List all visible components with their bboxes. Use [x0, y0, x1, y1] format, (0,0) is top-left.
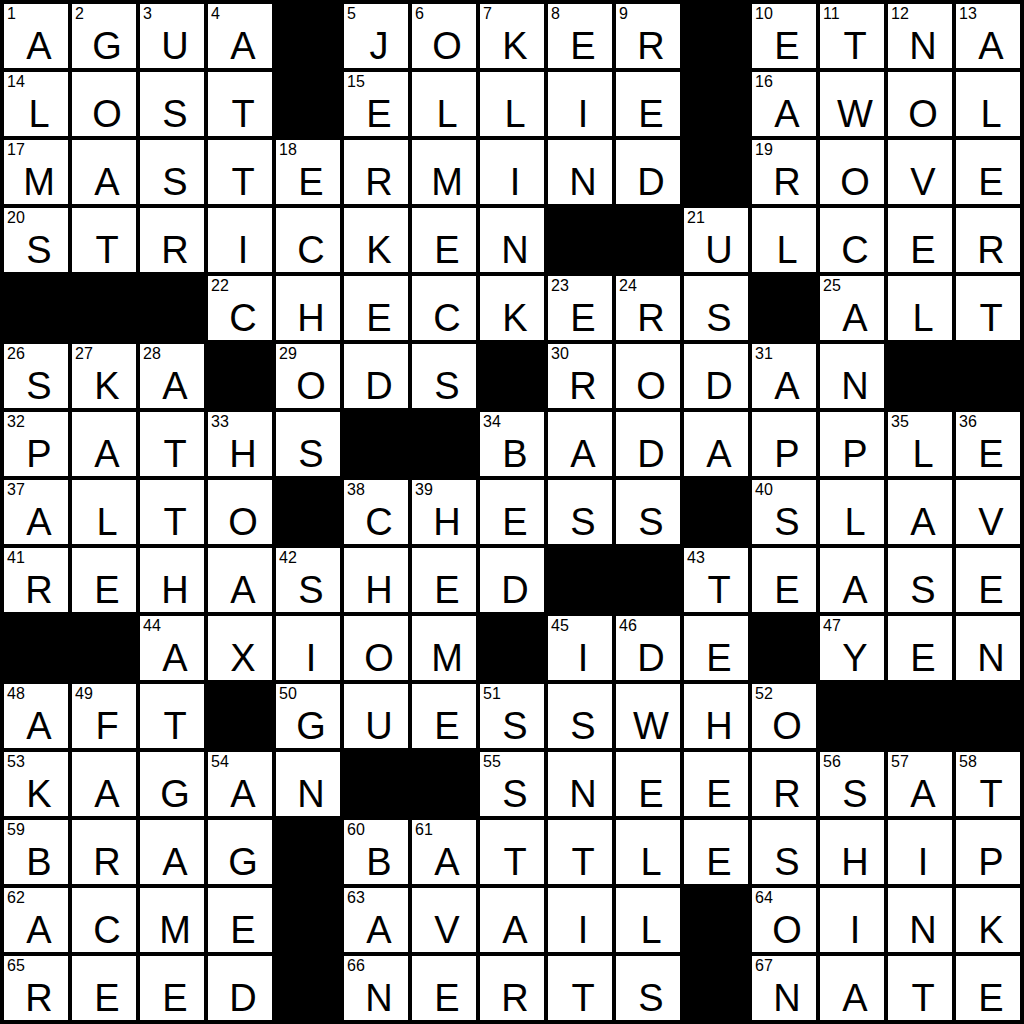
cell-letter: E: [211, 911, 275, 949]
cell-r7c8[interactable]: 34B: [480, 412, 544, 476]
cell-r3c3[interactable]: S: [140, 140, 204, 204]
cell-r1c2[interactable]: 2G: [72, 4, 136, 68]
cell-r1c4[interactable]: 4A: [208, 4, 272, 68]
cell-r11c9[interactable]: S: [548, 684, 612, 748]
cell-r10c9[interactable]: 45I: [548, 616, 612, 680]
cell-r2c4[interactable]: T: [208, 72, 272, 136]
clue-number-21: 21: [687, 209, 705, 227]
block-r1c5: [276, 4, 340, 68]
cell-r6c10[interactable]: O: [616, 344, 680, 408]
cell-r1c12[interactable]: 10E: [752, 4, 816, 68]
cell-r2c12[interactable]: 16A: [752, 72, 816, 136]
cell-r10c10[interactable]: 46D: [616, 616, 680, 680]
cell-r11c8[interactable]: 51S: [480, 684, 544, 748]
cell-letter: W: [619, 707, 683, 745]
cell-letter: S: [891, 571, 955, 609]
cell-r9c6[interactable]: H: [344, 548, 408, 612]
cell-r1c15[interactable]: 13A: [956, 4, 1020, 68]
cell-r12c9[interactable]: N: [548, 752, 612, 816]
cell-r6c1[interactable]: 26S: [4, 344, 68, 408]
cell-letter: K: [75, 367, 139, 405]
cell-r2c13[interactable]: W: [820, 72, 884, 136]
cell-letter: E: [415, 979, 479, 1017]
clue-number-20: 20: [7, 209, 25, 227]
cell-r4c5[interactable]: C: [276, 208, 340, 272]
clue-number-26: 26: [7, 345, 25, 363]
cell-r4c4[interactable]: I: [208, 208, 272, 272]
cell-r2c10[interactable]: E: [616, 72, 680, 136]
cell-r13c15[interactable]: P: [956, 820, 1020, 884]
cell-letter: N: [891, 911, 955, 949]
clue-number-37: 37: [7, 481, 25, 499]
cell-r14c15[interactable]: K: [956, 888, 1020, 952]
clue-number-57: 57: [891, 753, 909, 771]
cell-r5c6[interactable]: E: [344, 276, 408, 340]
cell-r10c13[interactable]: 47Y: [820, 616, 884, 680]
cell-letter: A: [143, 843, 207, 881]
clue-number-12: 12: [891, 5, 909, 23]
cell-r8c7[interactable]: 39H: [412, 480, 476, 544]
cell-letter: A: [143, 639, 207, 677]
cell-letter: S: [415, 367, 479, 405]
cell-r6c6[interactable]: D: [344, 344, 408, 408]
cell-r4c8[interactable]: N: [480, 208, 544, 272]
clue-number-4: 4: [211, 5, 220, 23]
clue-number-7: 7: [483, 5, 492, 23]
cell-letter: B: [347, 843, 411, 881]
cell-r8c13[interactable]: L: [820, 480, 884, 544]
cell-r8c9[interactable]: S: [548, 480, 612, 544]
cell-r8c10[interactable]: S: [616, 480, 680, 544]
cell-r15c3[interactable]: E: [140, 956, 204, 1020]
cell-r9c15[interactable]: E: [956, 548, 1020, 612]
cell-letter: E: [551, 27, 615, 65]
cell-r9c14[interactable]: S: [888, 548, 952, 612]
cell-letter: C: [211, 299, 275, 337]
cell-r4c14[interactable]: E: [888, 208, 952, 272]
cell-letter: A: [347, 911, 411, 949]
cell-letter: R: [619, 299, 683, 337]
cell-r14c9[interactable]: I: [548, 888, 612, 952]
cell-r3c7[interactable]: M: [412, 140, 476, 204]
clue-number-33: 33: [211, 413, 229, 431]
cell-r10c14[interactable]: E: [888, 616, 952, 680]
cell-letter: T: [959, 775, 1023, 813]
cell-r7c2[interactable]: A: [72, 412, 136, 476]
cell-letter: H: [211, 435, 275, 473]
cell-r6c2[interactable]: 27K: [72, 344, 136, 408]
cell-r4c6[interactable]: K: [344, 208, 408, 272]
cell-r9c3[interactable]: H: [140, 548, 204, 612]
cell-r3c2[interactable]: A: [72, 140, 136, 204]
cell-r13c11[interactable]: E: [684, 820, 748, 884]
cell-letter: E: [483, 503, 547, 541]
cell-letter: J: [347, 27, 411, 65]
cell-r5c4[interactable]: 22C: [208, 276, 272, 340]
cell-r14c2[interactable]: C: [72, 888, 136, 952]
cell-r7c11[interactable]: A: [684, 412, 748, 476]
cell-r10c3[interactable]: 44A: [140, 616, 204, 680]
cell-r1c3[interactable]: 3U: [140, 4, 204, 68]
cell-letter: B: [483, 435, 547, 473]
cell-r2c14[interactable]: O: [888, 72, 952, 136]
cell-r9c7[interactable]: E: [412, 548, 476, 612]
cell-letter: I: [211, 231, 275, 269]
cell-letter: K: [483, 27, 547, 65]
cell-letter: E: [959, 435, 1023, 473]
block-r1c11: [684, 4, 748, 68]
cell-r4c13[interactable]: C: [820, 208, 884, 272]
cell-r15c12[interactable]: 67N: [752, 956, 816, 1020]
cell-letter: S: [755, 843, 819, 881]
cell-r10c11[interactable]: E: [684, 616, 748, 680]
cell-letter: E: [755, 27, 819, 65]
cell-letter: H: [823, 843, 887, 881]
cell-letter: Y: [823, 639, 887, 677]
cell-r15c4[interactable]: D: [208, 956, 272, 1020]
cell-letter: T: [211, 95, 275, 133]
cell-letter: E: [959, 163, 1023, 201]
cell-r10c6[interactable]: O: [344, 616, 408, 680]
cell-letter: G: [211, 843, 275, 881]
cell-r12c2[interactable]: A: [72, 752, 136, 816]
cell-r8c4[interactable]: O: [208, 480, 272, 544]
cell-r4c1[interactable]: 20S: [4, 208, 68, 272]
cell-r11c7[interactable]: E: [412, 684, 476, 748]
cell-r3c5[interactable]: 18E: [276, 140, 340, 204]
cell-r12c10[interactable]: E: [616, 752, 680, 816]
block-r12c7: [412, 752, 476, 816]
cell-r13c14[interactable]: I: [888, 820, 952, 884]
cell-r10c4[interactable]: X: [208, 616, 272, 680]
cell-letter: M: [415, 163, 479, 201]
cell-r3c15[interactable]: E: [956, 140, 1020, 204]
block-r13c5: [276, 820, 340, 884]
clue-number-11: 11: [823, 5, 840, 23]
cell-r6c12[interactable]: 31A: [752, 344, 816, 408]
cell-r15c13[interactable]: A: [820, 956, 884, 1020]
block-r3c11: [684, 140, 748, 204]
cell-letter: A: [7, 911, 71, 949]
cell-r9c5[interactable]: 42S: [276, 548, 340, 612]
cell-r8c12[interactable]: 40S: [752, 480, 816, 544]
cell-r10c15[interactable]: N: [956, 616, 1020, 680]
cell-letter: E: [279, 163, 343, 201]
cell-letter: P: [959, 843, 1023, 881]
cell-r5c10[interactable]: 24R: [616, 276, 680, 340]
cell-letter: E: [415, 707, 479, 745]
clue-number-5: 5: [347, 5, 356, 23]
cell-letter: K: [347, 231, 411, 269]
cell-r3c9[interactable]: N: [548, 140, 612, 204]
cell-r12c4[interactable]: 54A: [208, 752, 272, 816]
cell-r8c2[interactable]: L: [72, 480, 136, 544]
clue-number-1: 1: [7, 5, 16, 23]
cell-r2c6[interactable]: 15E: [344, 72, 408, 136]
cell-r11c5[interactable]: 50G: [276, 684, 340, 748]
clue-number-51: 51: [483, 685, 501, 703]
cell-letter: V: [959, 503, 1023, 541]
cell-r7c9[interactable]: A: [548, 412, 612, 476]
cell-r9c4[interactable]: A: [208, 548, 272, 612]
cell-r7c14[interactable]: 35L: [888, 412, 952, 476]
cell-r7c1[interactable]: 32P: [4, 412, 68, 476]
cell-r12c13[interactable]: 56S: [820, 752, 884, 816]
cell-r13c10[interactable]: L: [616, 820, 680, 884]
clue-number-6: 6: [415, 5, 424, 23]
cell-r13c12[interactable]: S: [752, 820, 816, 884]
block-r5c2: [72, 276, 136, 340]
cell-r11c3[interactable]: T: [140, 684, 204, 748]
cell-r11c2[interactable]: 49F: [72, 684, 136, 748]
cell-letter: K: [959, 911, 1023, 949]
cell-r14c6[interactable]: 63A: [344, 888, 408, 952]
cell-r12c3[interactable]: G: [140, 752, 204, 816]
cell-r10c5[interactable]: I: [276, 616, 340, 680]
cell-r13c13[interactable]: H: [820, 820, 884, 884]
cell-r4c12[interactable]: L: [752, 208, 816, 272]
cell-r4c2[interactable]: T: [72, 208, 136, 272]
cell-r14c12[interactable]: 64O: [752, 888, 816, 952]
clue-number-56: 56: [823, 753, 841, 771]
cell-r13c3[interactable]: A: [140, 820, 204, 884]
cell-r2c15[interactable]: L: [956, 72, 1020, 136]
block-r4c9: [548, 208, 612, 272]
cell-r14c1[interactable]: 62A: [4, 888, 68, 952]
block-r15c11: [684, 956, 748, 1020]
cell-r1c8[interactable]: 7K: [480, 4, 544, 68]
cell-letter: O: [891, 95, 955, 133]
cell-r7c5[interactable]: S: [276, 412, 340, 476]
cell-r9c12[interactable]: E: [752, 548, 816, 612]
cell-letter: A: [7, 707, 71, 745]
cell-r3c10[interactable]: D: [616, 140, 680, 204]
cell-letter: L: [891, 299, 955, 337]
cell-r1c7[interactable]: 6O: [412, 4, 476, 68]
cell-r13c2[interactable]: R: [72, 820, 136, 884]
cell-r3c8[interactable]: I: [480, 140, 544, 204]
cell-r5c5[interactable]: H: [276, 276, 340, 340]
cell-r7c4[interactable]: 33H: [208, 412, 272, 476]
cell-r1c1[interactable]: 1A: [4, 4, 68, 68]
cell-r5c11[interactable]: S: [684, 276, 748, 340]
cell-r14c7[interactable]: V: [412, 888, 476, 952]
cell-letter: D: [619, 639, 683, 677]
cell-letter: D: [347, 367, 411, 405]
cell-letter: S: [483, 707, 547, 745]
cell-r2c1[interactable]: 14L: [4, 72, 68, 136]
cell-letter: U: [143, 27, 207, 65]
cell-letter: E: [551, 299, 615, 337]
cell-r2c8[interactable]: L: [480, 72, 544, 136]
cell-letter: G: [279, 707, 343, 745]
cell-r11c6[interactable]: U: [344, 684, 408, 748]
cell-letter: L: [755, 231, 819, 269]
cell-r15c8[interactable]: R: [480, 956, 544, 1020]
cell-r1c6[interactable]: 5J: [344, 4, 408, 68]
cell-r12c5[interactable]: N: [276, 752, 340, 816]
cell-letter: S: [619, 503, 683, 541]
cell-r8c6[interactable]: 38C: [344, 480, 408, 544]
cell-r14c10[interactable]: L: [616, 888, 680, 952]
block-r4c10: [616, 208, 680, 272]
cell-r15c14[interactable]: T: [888, 956, 952, 1020]
cell-r1c14[interactable]: 12N: [888, 4, 952, 68]
cell-r13c9[interactable]: T: [548, 820, 612, 884]
cell-r11c10[interactable]: W: [616, 684, 680, 748]
cell-letter: O: [755, 707, 819, 745]
cell-r3c14[interactable]: V: [888, 140, 952, 204]
cell-letter: X: [211, 639, 275, 677]
cell-r8c3[interactable]: T: [140, 480, 204, 544]
cell-r13c6[interactable]: 60B: [344, 820, 408, 884]
cell-r1c13[interactable]: 11T: [820, 4, 884, 68]
cell-r11c11[interactable]: H: [684, 684, 748, 748]
cell-letter: R: [143, 231, 207, 269]
cell-r7c10[interactable]: D: [616, 412, 680, 476]
cell-r4c11[interactable]: 21U: [684, 208, 748, 272]
cell-letter: A: [75, 435, 139, 473]
cell-r5c13[interactable]: 25A: [820, 276, 884, 340]
cell-r6c5[interactable]: 29O: [276, 344, 340, 408]
cell-r15c7[interactable]: E: [412, 956, 476, 1020]
cell-letter: L: [959, 95, 1023, 133]
cell-r12c8[interactable]: 55S: [480, 752, 544, 816]
cell-r1c10[interactable]: 9R: [616, 4, 680, 68]
cell-r6c11[interactable]: D: [684, 344, 748, 408]
cell-r2c3[interactable]: S: [140, 72, 204, 136]
block-r14c11: [684, 888, 748, 952]
cell-letter: E: [755, 571, 819, 609]
cell-r13c7[interactable]: 61A: [412, 820, 476, 884]
cell-r8c14[interactable]: A: [888, 480, 952, 544]
cell-r6c9[interactable]: 30R: [548, 344, 612, 408]
cell-r13c1[interactable]: 59B: [4, 820, 68, 884]
cell-r15c9[interactable]: T: [548, 956, 612, 1020]
cell-r15c15[interactable]: E: [956, 956, 1020, 1020]
cell-r12c12[interactable]: R: [752, 752, 816, 816]
cell-r3c1[interactable]: 17M: [4, 140, 68, 204]
block-r10c12: [752, 616, 816, 680]
cell-r15c10[interactable]: S: [616, 956, 680, 1020]
cell-letter: H: [143, 571, 207, 609]
block-r9c10: [616, 548, 680, 612]
clue-number-65: 65: [7, 957, 25, 975]
cell-r11c1[interactable]: 48A: [4, 684, 68, 748]
cell-r4c15[interactable]: R: [956, 208, 1020, 272]
cell-r13c4[interactable]: G: [208, 820, 272, 884]
cell-letter: A: [211, 27, 275, 65]
clue-number-42: 42: [279, 549, 297, 567]
clue-number-36: 36: [959, 413, 977, 431]
cell-letter: R: [7, 979, 71, 1017]
cell-letter: K: [483, 299, 547, 337]
cell-r9c1[interactable]: 41R: [4, 548, 68, 612]
clue-number-2: 2: [75, 5, 84, 23]
cell-r8c8[interactable]: E: [480, 480, 544, 544]
cell-letter: E: [891, 639, 955, 677]
cell-r7c15[interactable]: 36E: [956, 412, 1020, 476]
cell-r13c8[interactable]: T: [480, 820, 544, 884]
cell-r9c8[interactable]: D: [480, 548, 544, 612]
clue-number-64: 64: [755, 889, 773, 907]
cell-r11c12[interactable]: 52O: [752, 684, 816, 748]
cell-r14c4[interactable]: E: [208, 888, 272, 952]
cell-letter: I: [551, 911, 615, 949]
cell-r15c2[interactable]: E: [72, 956, 136, 1020]
cell-letter: N: [551, 163, 615, 201]
cell-r6c7[interactable]: S: [412, 344, 476, 408]
cell-r8c15[interactable]: V: [956, 480, 1020, 544]
cell-r3c13[interactable]: O: [820, 140, 884, 204]
cell-r4c3[interactable]: R: [140, 208, 204, 272]
clue-number-24: 24: [619, 277, 637, 295]
cell-r6c3[interactable]: 28A: [140, 344, 204, 408]
cell-letter: T: [75, 231, 139, 269]
clue-number-13: 13: [959, 5, 977, 23]
cell-letter: E: [347, 95, 411, 133]
cell-letter: D: [619, 435, 683, 473]
cell-r14c8[interactable]: A: [480, 888, 544, 952]
cell-r10c7[interactable]: M: [412, 616, 476, 680]
cell-r3c4[interactable]: T: [208, 140, 272, 204]
cell-r2c7[interactable]: L: [412, 72, 476, 136]
cell-r5c9[interactable]: 23E: [548, 276, 612, 340]
cell-r12c1[interactable]: 53K: [4, 752, 68, 816]
cell-r9c11[interactable]: 43T: [684, 548, 748, 612]
cell-r3c12[interactable]: 19R: [752, 140, 816, 204]
cell-letter: P: [823, 435, 887, 473]
cell-r7c12[interactable]: P: [752, 412, 816, 476]
cell-r14c3[interactable]: M: [140, 888, 204, 952]
cell-letter: D: [483, 571, 547, 609]
clue-number-34: 34: [483, 413, 501, 431]
cell-r7c3[interactable]: T: [140, 412, 204, 476]
cell-r5c8[interactable]: K: [480, 276, 544, 340]
cell-r2c2[interactable]: O: [72, 72, 136, 136]
cell-r1c9[interactable]: 8E: [548, 4, 612, 68]
cell-r5c7[interactable]: C: [412, 276, 476, 340]
cell-r8c1[interactable]: 37A: [4, 480, 68, 544]
cell-letter: E: [347, 299, 411, 337]
cell-r5c15[interactable]: T: [956, 276, 1020, 340]
cell-r2c9[interactable]: I: [548, 72, 612, 136]
cell-letter: M: [415, 639, 479, 677]
cell-r9c2[interactable]: E: [72, 548, 136, 612]
clue-number-59: 59: [7, 821, 25, 839]
cell-r7c13[interactable]: P: [820, 412, 884, 476]
cell-r15c1[interactable]: 65R: [4, 956, 68, 1020]
cell-letter: I: [551, 95, 615, 133]
cell-letter: U: [687, 231, 751, 269]
cell-r12c11[interactable]: E: [684, 752, 748, 816]
cell-r5c14[interactable]: L: [888, 276, 952, 340]
block-r6c14: [888, 344, 952, 408]
cell-r9c13[interactable]: A: [820, 548, 884, 612]
cell-r3c6[interactable]: R: [344, 140, 408, 204]
block-r10c1: [4, 616, 68, 680]
cell-r14c13[interactable]: I: [820, 888, 884, 952]
cell-r15c6[interactable]: 66N: [344, 956, 408, 1020]
cell-r12c14[interactable]: 57A: [888, 752, 952, 816]
cell-r12c15[interactable]: 58T: [956, 752, 1020, 816]
cell-letter: U: [347, 707, 411, 745]
cell-letter: A: [551, 435, 615, 473]
cell-r14c14[interactable]: N: [888, 888, 952, 952]
block-r2c11: [684, 72, 748, 136]
cell-r6c13[interactable]: N: [820, 344, 884, 408]
cell-r4c7[interactable]: E: [412, 208, 476, 272]
